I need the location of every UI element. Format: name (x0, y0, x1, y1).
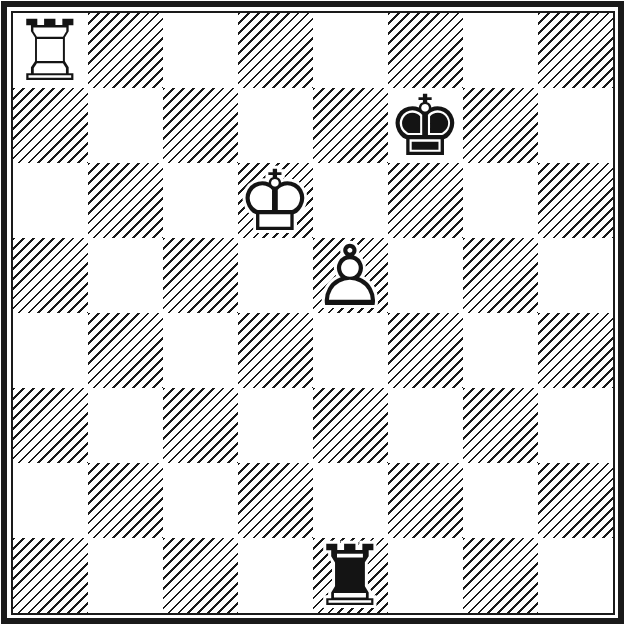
black-rook-glyph: ♜ (313, 539, 388, 614)
square-f1[interactable] (388, 538, 463, 613)
square-g3[interactable] (463, 388, 538, 463)
square-h8[interactable] (538, 13, 613, 88)
square-d4[interactable] (238, 313, 313, 388)
white-rook-glyph: ♖ (13, 14, 88, 89)
square-c6[interactable] (163, 163, 238, 238)
square-e4[interactable] (313, 313, 388, 388)
board-inner-frame: ♜♖♚♚♚♔♟♙♜♜ (11, 11, 615, 615)
square-b3[interactable] (88, 388, 163, 463)
square-d3[interactable] (238, 388, 313, 463)
square-f2[interactable] (388, 463, 463, 538)
square-c3[interactable] (163, 388, 238, 463)
square-b6[interactable] (88, 163, 163, 238)
square-b4[interactable] (88, 313, 163, 388)
square-c2[interactable] (163, 463, 238, 538)
square-b8[interactable] (88, 13, 163, 88)
square-f6[interactable] (388, 163, 463, 238)
square-e3[interactable] (313, 388, 388, 463)
square-h3[interactable] (538, 388, 613, 463)
square-e7[interactable] (313, 88, 388, 163)
square-f4[interactable] (388, 313, 463, 388)
square-h6[interactable] (538, 163, 613, 238)
square-d6[interactable]: ♚♔ (238, 163, 313, 238)
black-king-glyph: ♚ (388, 89, 463, 164)
square-g7[interactable] (463, 88, 538, 163)
board-outer-frame: ♜♖♚♚♚♔♟♙♜♜ (1, 1, 624, 624)
square-c4[interactable] (163, 313, 238, 388)
square-e1[interactable]: ♜♜ (313, 538, 388, 613)
white-rook[interactable]: ♜♖ (13, 13, 88, 88)
chess-diagram: ♜♖♚♚♚♔♟♙♜♜ (0, 0, 625, 625)
square-h4[interactable] (538, 313, 613, 388)
square-h7[interactable] (538, 88, 613, 163)
square-a8[interactable]: ♜♖ (13, 13, 88, 88)
square-e5[interactable]: ♟♙ (313, 238, 388, 313)
square-h2[interactable] (538, 463, 613, 538)
square-c5[interactable] (163, 238, 238, 313)
square-g2[interactable] (463, 463, 538, 538)
square-f5[interactable] (388, 238, 463, 313)
square-a6[interactable] (13, 163, 88, 238)
square-g8[interactable] (463, 13, 538, 88)
square-g5[interactable] (463, 238, 538, 313)
square-h1[interactable] (538, 538, 613, 613)
chess-board: ♜♖♚♚♚♔♟♙♜♜ (13, 13, 613, 613)
square-a1[interactable] (13, 538, 88, 613)
square-a4[interactable] (13, 313, 88, 388)
square-a7[interactable] (13, 88, 88, 163)
square-b5[interactable] (88, 238, 163, 313)
black-rook[interactable]: ♜♜ (313, 538, 388, 613)
square-a3[interactable] (13, 388, 88, 463)
square-c8[interactable] (163, 13, 238, 88)
white-pawn[interactable]: ♟♙ (313, 238, 388, 313)
square-d8[interactable] (238, 13, 313, 88)
square-d1[interactable] (238, 538, 313, 613)
square-g6[interactable] (463, 163, 538, 238)
square-f3[interactable] (388, 388, 463, 463)
white-king-glyph: ♔ (238, 164, 313, 239)
square-f7[interactable]: ♚♚ (388, 88, 463, 163)
square-b7[interactable] (88, 88, 163, 163)
square-g1[interactable] (463, 538, 538, 613)
square-g4[interactable] (463, 313, 538, 388)
black-king[interactable]: ♚♚ (388, 88, 463, 163)
square-a2[interactable] (13, 463, 88, 538)
square-e8[interactable] (313, 13, 388, 88)
square-h5[interactable] (538, 238, 613, 313)
square-b1[interactable] (88, 538, 163, 613)
square-c1[interactable] (163, 538, 238, 613)
white-king[interactable]: ♚♔ (238, 163, 313, 238)
white-pawn-glyph: ♙ (313, 239, 388, 314)
square-d2[interactable] (238, 463, 313, 538)
square-b2[interactable] (88, 463, 163, 538)
square-c7[interactable] (163, 88, 238, 163)
square-d5[interactable] (238, 238, 313, 313)
square-a5[interactable] (13, 238, 88, 313)
